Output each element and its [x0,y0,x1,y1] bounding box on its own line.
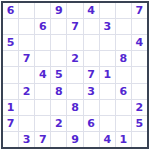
given-cell-r9-c2[interactable]: 3 [19,132,34,147]
given-cell-r3-c1[interactable]: 5 [3,35,18,50]
cell-r4-c1[interactable] [3,51,18,66]
cell-r3-c7[interactable] [100,35,115,50]
given-cell-r4-c2[interactable]: 7 [19,51,34,66]
cell-r9-c6[interactable] [84,132,99,147]
given-cell-r5-c3[interactable]: 4 [35,67,50,82]
cell-r8-c7[interactable] [100,116,115,131]
cell-r2-c1[interactable] [3,19,18,34]
cell-r5-c2[interactable] [19,67,34,82]
cell-r2-c8[interactable] [116,19,131,34]
cell-r7-c7[interactable] [100,100,115,115]
cell-r2-c9[interactable] [132,19,147,34]
given-cell-r2-c3[interactable]: 6 [35,19,50,34]
cell-r9-c9[interactable] [132,132,147,147]
given-cell-r2-c7[interactable]: 3 [100,19,115,34]
given-cell-r6-c2[interactable]: 2 [19,84,34,99]
given-cell-r1-c9[interactable]: 7 [132,3,147,18]
given-cell-r7-c5[interactable]: 8 [67,100,82,115]
given-cell-r2-c5[interactable]: 7 [67,19,82,34]
sudoku-frame: 69476735472845712836182726537941 [0,0,150,150]
cell-r7-c8[interactable] [116,100,131,115]
cell-r6-c3[interactable] [35,84,50,99]
given-cell-r7-c1[interactable]: 1 [3,100,18,115]
cell-r2-c4[interactable] [51,19,66,34]
cell-r4-c4[interactable] [51,51,66,66]
cell-r5-c8[interactable] [116,67,131,82]
given-cell-r6-c4[interactable]: 8 [51,84,66,99]
cell-r6-c5[interactable] [67,84,82,99]
cell-r5-c9[interactable] [132,67,147,82]
given-cell-r8-c4[interactable]: 2 [51,116,66,131]
cell-r3-c8[interactable] [116,35,131,50]
given-cell-r6-c8[interactable]: 6 [116,84,131,99]
cell-r4-c9[interactable] [132,51,147,66]
cell-r3-c2[interactable] [19,35,34,50]
cell-r1-c7[interactable] [100,3,115,18]
cell-r3-c5[interactable] [67,35,82,50]
sudoku-board: 69476735472845712836182726537941 [1,1,149,149]
cell-r7-c2[interactable] [19,100,34,115]
given-cell-r9-c3[interactable]: 7 [35,132,50,147]
given-cell-r4-c8[interactable]: 8 [116,51,131,66]
given-cell-r1-c6[interactable]: 4 [84,3,99,18]
given-cell-r7-c9[interactable]: 2 [132,100,147,115]
given-cell-r8-c9[interactable]: 5 [132,116,147,131]
cell-r7-c6[interactable] [84,100,99,115]
given-cell-r9-c5[interactable]: 9 [67,132,82,147]
given-cell-r5-c7[interactable]: 1 [100,67,115,82]
given-cell-r8-c6[interactable]: 6 [84,116,99,131]
cell-r8-c2[interactable] [19,116,34,131]
given-cell-r3-c9[interactable]: 4 [132,35,147,50]
cell-r5-c5[interactable] [67,67,82,82]
cell-r6-c9[interactable] [132,84,147,99]
cell-r2-c6[interactable] [84,19,99,34]
cell-r4-c6[interactable] [84,51,99,66]
given-cell-r5-c4[interactable]: 5 [51,67,66,82]
cell-r9-c4[interactable] [51,132,66,147]
given-cell-r9-c7[interactable]: 4 [100,132,115,147]
cell-r1-c5[interactable] [67,3,82,18]
cell-r3-c4[interactable] [51,35,66,50]
given-cell-r1-c4[interactable]: 9 [51,3,66,18]
cell-r9-c1[interactable] [3,132,18,147]
cell-r1-c3[interactable] [35,3,50,18]
cell-r5-c1[interactable] [3,67,18,82]
cell-r3-c6[interactable] [84,35,99,50]
given-cell-r1-c1[interactable]: 6 [3,3,18,18]
cell-r7-c4[interactable] [51,100,66,115]
given-cell-r4-c5[interactable]: 2 [67,51,82,66]
cell-r7-c3[interactable] [35,100,50,115]
cell-r1-c8[interactable] [116,3,131,18]
cell-r3-c3[interactable] [35,35,50,50]
cell-r8-c3[interactable] [35,116,50,131]
cell-r1-c2[interactable] [19,3,34,18]
cell-r4-c3[interactable] [35,51,50,66]
cell-r6-c1[interactable] [3,84,18,99]
cell-r8-c5[interactable] [67,116,82,131]
given-cell-r9-c8[interactable]: 1 [116,132,131,147]
given-cell-r6-c6[interactable]: 3 [84,84,99,99]
cell-r6-c7[interactable] [100,84,115,99]
given-cell-r5-c6[interactable]: 7 [84,67,99,82]
given-cell-r8-c1[interactable]: 7 [3,116,18,131]
cell-r2-c2[interactable] [19,19,34,34]
cell-r8-c8[interactable] [116,116,131,131]
cell-r4-c7[interactable] [100,51,115,66]
